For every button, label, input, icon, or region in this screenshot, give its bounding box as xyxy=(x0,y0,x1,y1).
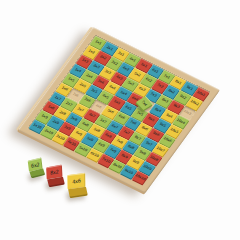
loose-cube-front-face xyxy=(68,187,88,198)
loose-cube-6x2[interactable]: 6x2 xyxy=(27,158,45,179)
loose-cube-4x6[interactable]: 4x6 xyxy=(66,173,87,198)
product-photo-scene: 1x12x13x14x15x16x17x18x19x110x11x22x23x2… xyxy=(0,0,240,240)
board-grid: 1x12x13x14x15x16x17x18x19x110x11x22x23x2… xyxy=(28,35,211,185)
loose-cube-8x2[interactable]: 8x2 xyxy=(45,165,64,187)
loose-cube-front-face xyxy=(47,177,65,188)
